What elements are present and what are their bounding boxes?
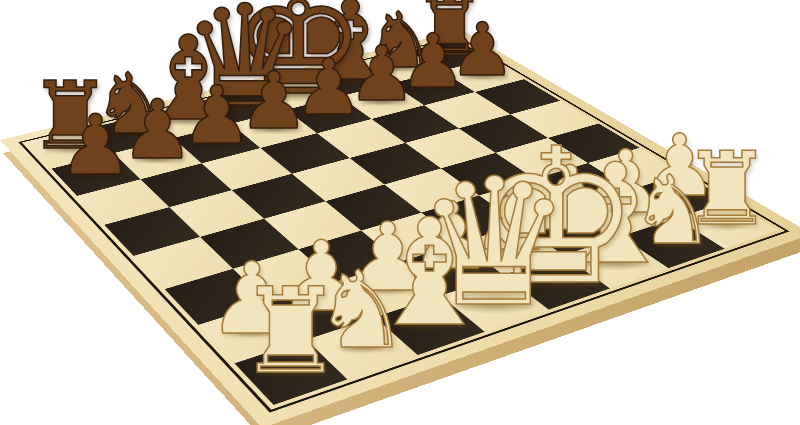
chess-board [0, 30, 800, 425]
chess-set-product-photo: ♜♞♟♝♟♚♟♛♟♝♟♞♟♜♟♟♟♟♜♟♞♟♝♟♚♟♛♟♝♟♞♜ [0, 0, 800, 425]
board-squares [27, 40, 778, 405]
